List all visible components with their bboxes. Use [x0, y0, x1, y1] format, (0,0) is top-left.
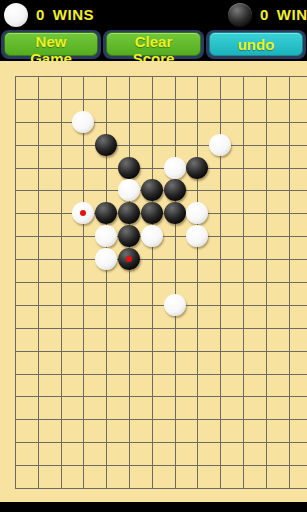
stone-black — [141, 202, 163, 224]
bottom-bezel — [0, 502, 307, 512]
white-stone-icon — [4, 3, 28, 27]
stone-white — [209, 134, 231, 156]
stone-white — [95, 225, 117, 247]
white-score-group: 0 WINS — [4, 0, 94, 29]
stone-white — [118, 179, 140, 201]
new-game-button[interactable]: New Game — [4, 32, 98, 56]
board[interactable] — [0, 61, 307, 512]
clear-score-button-plate: Clear Score — [103, 30, 204, 59]
button-bar: New Game Clear Score undo — [0, 29, 307, 61]
stone-black — [118, 157, 140, 179]
black-stone-icon — [228, 3, 252, 27]
black-score-group: 0 WINS — [228, 0, 307, 29]
undo-button-plate: undo — [206, 30, 306, 59]
stone-black — [164, 202, 186, 224]
stone-black — [186, 157, 208, 179]
stone-black-last-move — [118, 248, 140, 270]
stone-white — [164, 157, 186, 179]
stone-white — [72, 111, 94, 133]
black-score-value: 0 — [260, 0, 269, 29]
black-score-label: WINS — [277, 0, 307, 29]
stone-black — [164, 179, 186, 201]
stone-black — [118, 202, 140, 224]
stone-white — [141, 225, 163, 247]
stone-white — [186, 225, 208, 247]
score-bar: 0 WINS 0 WINS — [0, 0, 307, 29]
white-score-label: WINS — [53, 0, 94, 29]
board-grid[interactable] — [4, 65, 300, 500]
stone-white — [186, 202, 208, 224]
stone-black — [141, 179, 163, 201]
last-move-dot — [126, 256, 132, 262]
stone-white — [95, 248, 117, 270]
app-screen: 0 WINS 0 WINS New Game Clear Score undo — [0, 0, 307, 512]
stone-black — [95, 134, 117, 156]
stone-white-last-move — [72, 202, 94, 224]
stone-black — [95, 202, 117, 224]
clear-score-button[interactable]: Clear Score — [106, 32, 201, 56]
stone-black — [118, 225, 140, 247]
stone-white — [164, 294, 186, 316]
white-score-value: 0 — [36, 0, 45, 29]
undo-button[interactable]: undo — [209, 32, 303, 56]
last-move-dot — [80, 210, 86, 216]
new-game-button-plate: New Game — [1, 30, 101, 59]
